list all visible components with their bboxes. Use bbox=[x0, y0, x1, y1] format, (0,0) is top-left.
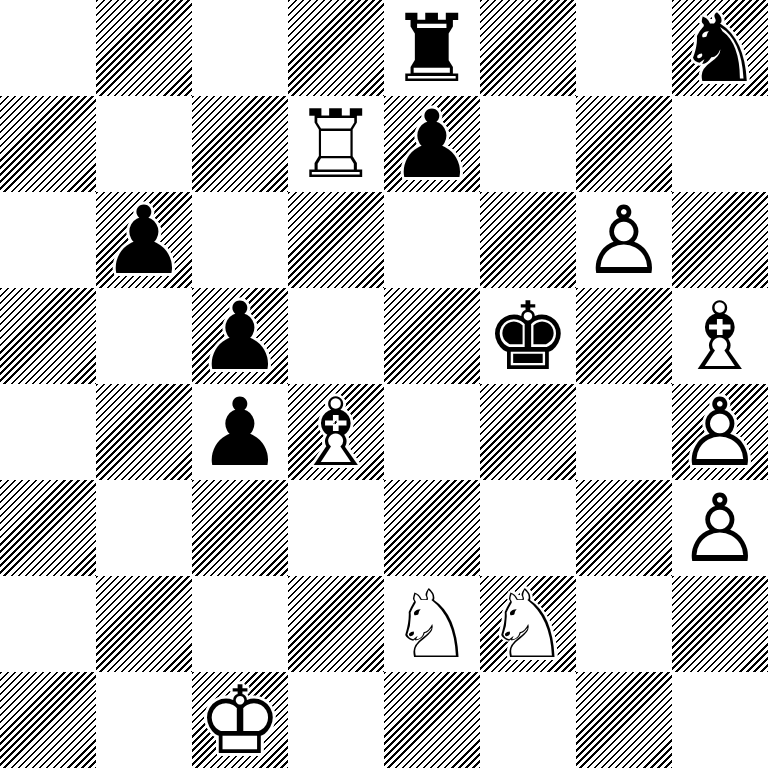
square-d1[interactable] bbox=[288, 672, 384, 768]
king-fill-layer: ♚ bbox=[480, 289, 576, 385]
bishop-outline-layer: ♗ bbox=[672, 289, 768, 385]
white-pawn[interactable]: ♟♙ bbox=[672, 480, 768, 576]
square-e6[interactable] bbox=[384, 192, 480, 288]
square-f2[interactable]: ♞♘ bbox=[480, 576, 576, 672]
square-b8[interactable] bbox=[96, 0, 192, 96]
knight-outline-layer: ♘ bbox=[384, 577, 480, 673]
square-f7[interactable] bbox=[480, 96, 576, 192]
square-a6[interactable] bbox=[0, 192, 96, 288]
rook-outline-layer: ♖ bbox=[288, 97, 384, 193]
square-b3[interactable] bbox=[96, 480, 192, 576]
square-c5[interactable]: ♟ bbox=[192, 288, 288, 384]
square-d5[interactable] bbox=[288, 288, 384, 384]
square-e2[interactable]: ♞♘ bbox=[384, 576, 480, 672]
square-g5[interactable] bbox=[576, 288, 672, 384]
square-c6[interactable] bbox=[192, 192, 288, 288]
square-a5[interactable] bbox=[0, 288, 96, 384]
square-h2[interactable] bbox=[672, 576, 768, 672]
bishop-outline-layer: ♗ bbox=[288, 385, 384, 481]
square-b5[interactable] bbox=[96, 288, 192, 384]
black-pawn[interactable]: ♟ bbox=[192, 384, 288, 480]
square-g2[interactable] bbox=[576, 576, 672, 672]
square-d3[interactable] bbox=[288, 480, 384, 576]
square-h8[interactable]: ♞ bbox=[672, 0, 768, 96]
square-c8[interactable] bbox=[192, 0, 288, 96]
square-f6[interactable] bbox=[480, 192, 576, 288]
square-h3[interactable]: ♟♙ bbox=[672, 480, 768, 576]
square-b1[interactable] bbox=[96, 672, 192, 768]
white-bishop[interactable]: ♝♗ bbox=[672, 288, 768, 384]
white-pawn[interactable]: ♟♙ bbox=[576, 192, 672, 288]
square-a7[interactable] bbox=[0, 96, 96, 192]
square-b7[interactable] bbox=[96, 96, 192, 192]
black-knight[interactable]: ♞ bbox=[672, 0, 768, 96]
square-h4[interactable]: ♟♙ bbox=[672, 384, 768, 480]
white-knight[interactable]: ♞♘ bbox=[384, 576, 480, 672]
square-e3[interactable] bbox=[384, 480, 480, 576]
black-rook[interactable]: ♜ bbox=[384, 0, 480, 96]
pawn-fill-layer: ♟ bbox=[384, 97, 480, 193]
square-b6[interactable]: ♟ bbox=[96, 192, 192, 288]
white-bishop[interactable]: ♝♗ bbox=[288, 384, 384, 480]
square-b4[interactable] bbox=[96, 384, 192, 480]
square-d6[interactable] bbox=[288, 192, 384, 288]
square-f5[interactable]: ♚ bbox=[480, 288, 576, 384]
square-a2[interactable] bbox=[0, 576, 96, 672]
square-c7[interactable] bbox=[192, 96, 288, 192]
square-h6[interactable] bbox=[672, 192, 768, 288]
square-g4[interactable] bbox=[576, 384, 672, 480]
white-king[interactable]: ♚♔ bbox=[192, 672, 288, 768]
rook-fill-layer: ♜ bbox=[384, 1, 480, 97]
square-e7[interactable]: ♟ bbox=[384, 96, 480, 192]
black-king[interactable]: ♚ bbox=[480, 288, 576, 384]
pawn-fill-layer: ♟ bbox=[96, 193, 192, 289]
square-h1[interactable] bbox=[672, 672, 768, 768]
square-c2[interactable] bbox=[192, 576, 288, 672]
square-f4[interactable] bbox=[480, 384, 576, 480]
square-h5[interactable]: ♝♗ bbox=[672, 288, 768, 384]
pawn-fill-layer: ♟ bbox=[192, 289, 288, 385]
square-g6[interactable]: ♟♙ bbox=[576, 192, 672, 288]
square-c3[interactable] bbox=[192, 480, 288, 576]
black-pawn[interactable]: ♟ bbox=[96, 192, 192, 288]
square-h7[interactable] bbox=[672, 96, 768, 192]
square-a3[interactable] bbox=[0, 480, 96, 576]
white-pawn[interactable]: ♟♙ bbox=[672, 384, 768, 480]
square-a4[interactable] bbox=[0, 384, 96, 480]
pawn-outline-layer: ♙ bbox=[576, 193, 672, 289]
square-e5[interactable] bbox=[384, 288, 480, 384]
white-rook[interactable]: ♜♖ bbox=[288, 96, 384, 192]
square-e8[interactable]: ♜ bbox=[384, 0, 480, 96]
square-c4[interactable]: ♟ bbox=[192, 384, 288, 480]
square-d8[interactable] bbox=[288, 0, 384, 96]
square-f8[interactable] bbox=[480, 0, 576, 96]
square-f3[interactable] bbox=[480, 480, 576, 576]
black-pawn[interactable]: ♟ bbox=[192, 288, 288, 384]
square-a1[interactable] bbox=[0, 672, 96, 768]
king-outline-layer: ♔ bbox=[192, 673, 288, 768]
pawn-fill-layer: ♟ bbox=[192, 385, 288, 481]
square-e1[interactable] bbox=[384, 672, 480, 768]
white-knight[interactable]: ♞♘ bbox=[480, 576, 576, 672]
square-a8[interactable] bbox=[0, 0, 96, 96]
pawn-outline-layer: ♙ bbox=[672, 385, 768, 481]
knight-fill-layer: ♞ bbox=[672, 1, 768, 97]
pawn-outline-layer: ♙ bbox=[672, 481, 768, 577]
square-d7[interactable]: ♜♖ bbox=[288, 96, 384, 192]
knight-outline-layer: ♘ bbox=[480, 577, 576, 673]
square-f1[interactable] bbox=[480, 672, 576, 768]
square-g3[interactable] bbox=[576, 480, 672, 576]
square-g1[interactable] bbox=[576, 672, 672, 768]
square-b2[interactable] bbox=[96, 576, 192, 672]
square-g7[interactable] bbox=[576, 96, 672, 192]
square-e4[interactable] bbox=[384, 384, 480, 480]
square-d4[interactable]: ♝♗ bbox=[288, 384, 384, 480]
square-c1[interactable]: ♚♔ bbox=[192, 672, 288, 768]
square-d2[interactable] bbox=[288, 576, 384, 672]
black-pawn[interactable]: ♟ bbox=[384, 96, 480, 192]
square-g8[interactable] bbox=[576, 0, 672, 96]
chess-board: ♜♞♜♖♟♟♟♙♟♚♝♗♟♝♗♟♙♟♙♞♘♞♘♚♔ bbox=[0, 0, 768, 768]
